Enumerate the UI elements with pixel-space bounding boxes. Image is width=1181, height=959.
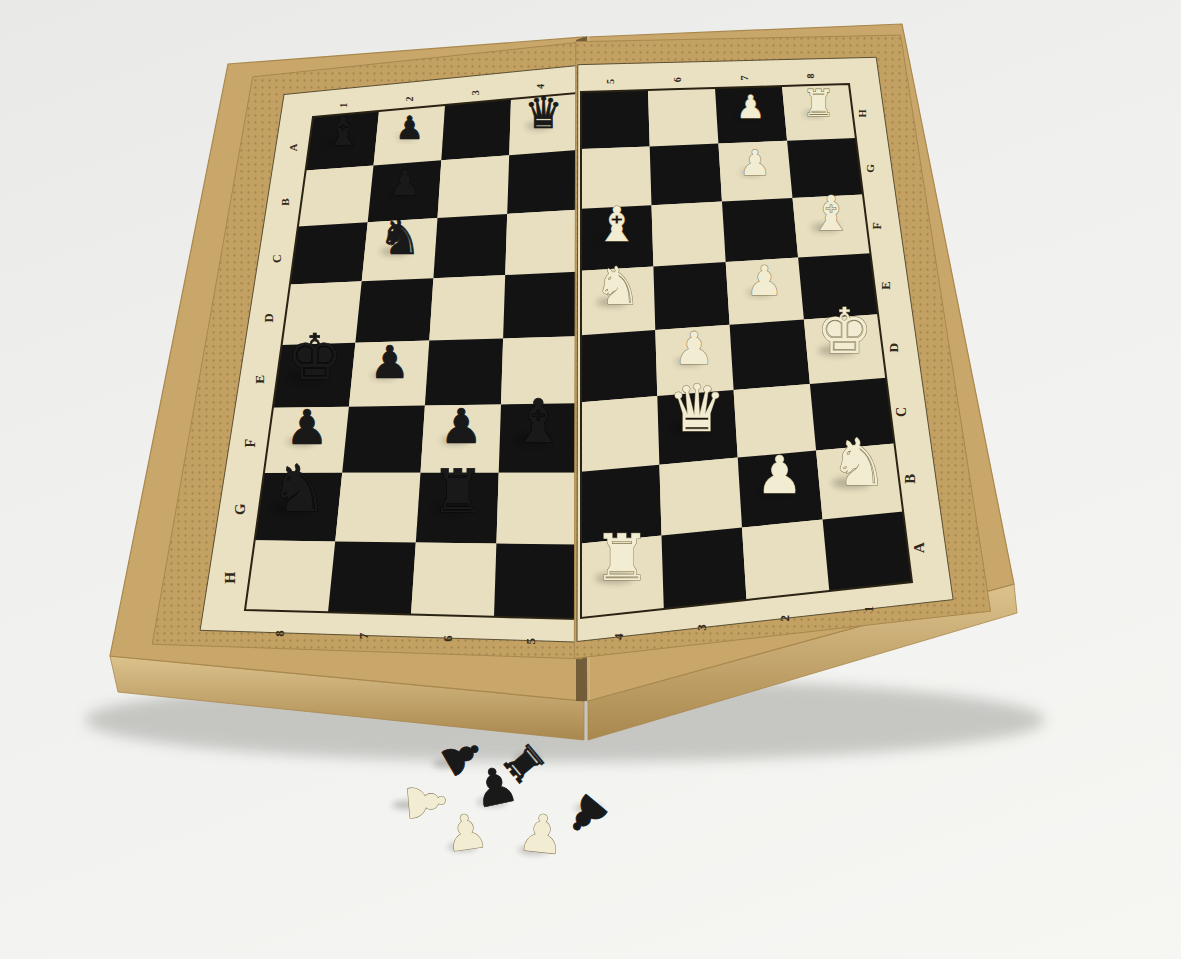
coordinate-side-left-E: E [252, 375, 267, 384]
piece-white-queen-F6: ♛ [668, 371, 726, 446]
board-render: 12348765ABCDEFGH56784321HGFEDCBA♜♟♛♟♝♟♟♝… [0, 0, 1181, 959]
chess-set-photo: 12348765ABCDEFGH56784321HGFEDCBA♜♟♛♟♝♟♟♝… [0, 0, 1181, 959]
piece-black-pawn-F3: ♟ [440, 398, 483, 454]
piece-black-pawn-B2: ♟ [389, 163, 420, 203]
coordinate-bottom-left-6: 6 [440, 635, 455, 642]
square-E7 [730, 320, 810, 390]
square-E3 [425, 339, 503, 406]
piece-white-pawn-A7: ♟ [736, 88, 765, 126]
square-B1 [298, 165, 374, 226]
coordinate-bottom-right-4: 4 [611, 633, 626, 640]
square-G6 [659, 458, 742, 536]
square-H6 [662, 528, 747, 609]
coordinate-side-right-A: A [911, 541, 928, 553]
square-A3 [441, 99, 511, 160]
square-H1 [245, 540, 335, 612]
piece-white-knight-G8: ♞ [830, 425, 888, 500]
square-D6 [653, 262, 729, 330]
captured-piece-6-white-pawn: ♟ [515, 802, 568, 867]
coordinate-side-left-A: A [288, 143, 299, 151]
square-H3 [411, 543, 496, 617]
coordinate-side-left-D: D [262, 313, 276, 322]
coordinate-bottom-left-5: 5 [523, 637, 538, 644]
square-D4 [503, 272, 577, 339]
square-H2 [328, 541, 416, 614]
square-C4 [505, 210, 577, 275]
square-H8 [823, 512, 912, 591]
piece-white-king-E8: ♚ [816, 295, 872, 368]
coordinate-bottom-right-3: 3 [694, 624, 709, 631]
coordinate-side-right-B: B [902, 474, 918, 484]
square-B3 [438, 155, 510, 218]
coordinate-bottom-left-8: 8 [272, 630, 287, 637]
coordinate-top-right-8: 8 [805, 74, 816, 79]
piece-black-queen-A4: ♛ [524, 88, 563, 138]
coordinate-bottom-right-1: 1 [861, 606, 876, 613]
coordinate-side-left-G: G [232, 503, 248, 515]
coordinate-side-left-C: C [270, 254, 284, 263]
square-C1 [290, 222, 368, 284]
piece-white-knight-D5: ♞ [594, 256, 641, 316]
square-H4 [494, 544, 577, 620]
square-D3 [429, 275, 505, 341]
piece-white-pawn-B7: ♟ [739, 143, 770, 183]
piece-black-bishop-A1: ♝ [325, 108, 361, 154]
piece-white-pawn-E6: ♟ [674, 322, 714, 375]
coordinate-side-left-H: H [221, 572, 238, 584]
square-F2 [342, 406, 425, 473]
piece-black-rook-G3: ♜ [431, 456, 485, 526]
square-C7 [722, 198, 798, 262]
coordinate-bottom-right-2: 2 [777, 615, 792, 622]
square-C6 [652, 202, 726, 267]
square-A6 [648, 88, 718, 146]
piece-black-pawn-A2: ♟ [395, 109, 424, 147]
coordinate-top-left-2: 2 [404, 97, 415, 102]
coordinate-side-right-H: H [858, 109, 869, 117]
square-B6 [650, 144, 722, 206]
coordinate-side-left-B: B [279, 198, 291, 206]
square-H7 [742, 520, 829, 600]
square-F5 [581, 396, 659, 472]
piece-white-rook-A8: ♜ [802, 82, 835, 125]
piece-white-bishop-C8: ♝ [809, 185, 852, 241]
piece-black-bishop-F4: ♝ [512, 386, 566, 456]
coordinate-top-right-7: 7 [739, 76, 750, 81]
coordinate-top-left-3: 3 [470, 90, 481, 95]
coordinate-top-right-6: 6 [672, 77, 683, 82]
square-G2 [335, 473, 420, 543]
piece-black-king-E1: ♚ [286, 321, 342, 394]
square-G4 [496, 473, 577, 545]
coordinate-side-right-D: D [886, 343, 901, 353]
piece-white-rook-H5: ♜ [593, 521, 650, 595]
coordinate-side-right-E: E [879, 281, 893, 289]
coordinate-side-right-G: G [864, 164, 876, 173]
piece-white-bishop-C5: ♝ [595, 196, 638, 252]
captured-piece-5-white-pawn: ♟ [441, 801, 491, 862]
piece-black-knight-G1: ♞ [270, 451, 328, 526]
coordinate-top-right-5: 5 [605, 79, 616, 84]
coordinate-side-right-C: C [893, 407, 909, 417]
square-D2 [355, 278, 433, 343]
coordinate-side-right-F: F [871, 222, 885, 229]
piece-black-pawn-E2: ♟ [370, 336, 410, 389]
piece-white-pawn-D7: ♟ [746, 257, 783, 305]
piece-white-pawn-G7: ♟ [756, 445, 803, 505]
coordinate-side-left-F: F [242, 439, 258, 448]
coordinate-bottom-left-7: 7 [356, 632, 371, 639]
square-B4 [507, 150, 577, 214]
square-E5 [581, 330, 657, 402]
square-A5 [581, 90, 650, 149]
piece-black-knight-C2: ♞ [379, 209, 422, 265]
piece-black-pawn-F1: ♟ [285, 399, 328, 455]
square-C3 [433, 214, 507, 278]
